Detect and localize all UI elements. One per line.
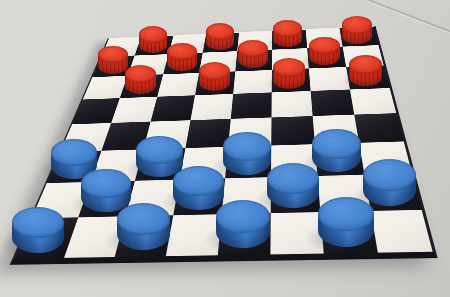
red-checker-r0c5[interactable] (273, 20, 302, 47)
scene (0, 0, 450, 297)
red-checker-r1c6[interactable] (309, 37, 340, 66)
cap-top (349, 55, 382, 74)
red-checker-r0c7[interactable] (342, 16, 372, 44)
pieces-layer (0, 0, 450, 297)
cap-top (125, 65, 156, 83)
cap-top (139, 26, 167, 42)
blue-checker-r7c0[interactable] (12, 207, 64, 253)
cap-top (51, 139, 97, 166)
red-checker-r0c3[interactable] (206, 23, 235, 50)
red-checker-r1c0[interactable] (98, 46, 127, 73)
cap-top (273, 58, 305, 77)
cap-top (318, 197, 374, 231)
cap-top (136, 136, 183, 164)
blue-checker-r5c4[interactable] (223, 132, 271, 174)
cap-top (117, 203, 170, 235)
cap-top (98, 46, 127, 63)
cap-top (173, 166, 223, 196)
cap-top (81, 169, 130, 199)
cap-top (199, 62, 231, 80)
red-checker-r2c1[interactable] (125, 65, 156, 94)
red-checker-r1c2[interactable] (167, 43, 197, 71)
blue-checker-r5c6[interactable] (312, 129, 361, 172)
red-checker-r1c4[interactable] (238, 40, 268, 68)
cap-top (273, 20, 302, 37)
cap-top (267, 163, 319, 194)
red-checker-r2c5[interactable] (273, 58, 305, 88)
blue-checker-r6c5[interactable] (267, 163, 319, 208)
cap-top (312, 129, 361, 158)
red-checker-r0c1[interactable] (139, 26, 167, 52)
cap-top (342, 16, 372, 33)
red-checker-r2c7[interactable] (349, 55, 382, 86)
red-checker-r2c3[interactable] (199, 62, 231, 92)
cap-top (216, 200, 271, 233)
cap-top (206, 23, 235, 40)
blue-checker-r7c6[interactable] (318, 197, 374, 246)
cap-top (309, 37, 340, 55)
blue-checker-r7c4[interactable] (216, 200, 271, 248)
blue-checker-r7c2[interactable] (117, 203, 170, 250)
